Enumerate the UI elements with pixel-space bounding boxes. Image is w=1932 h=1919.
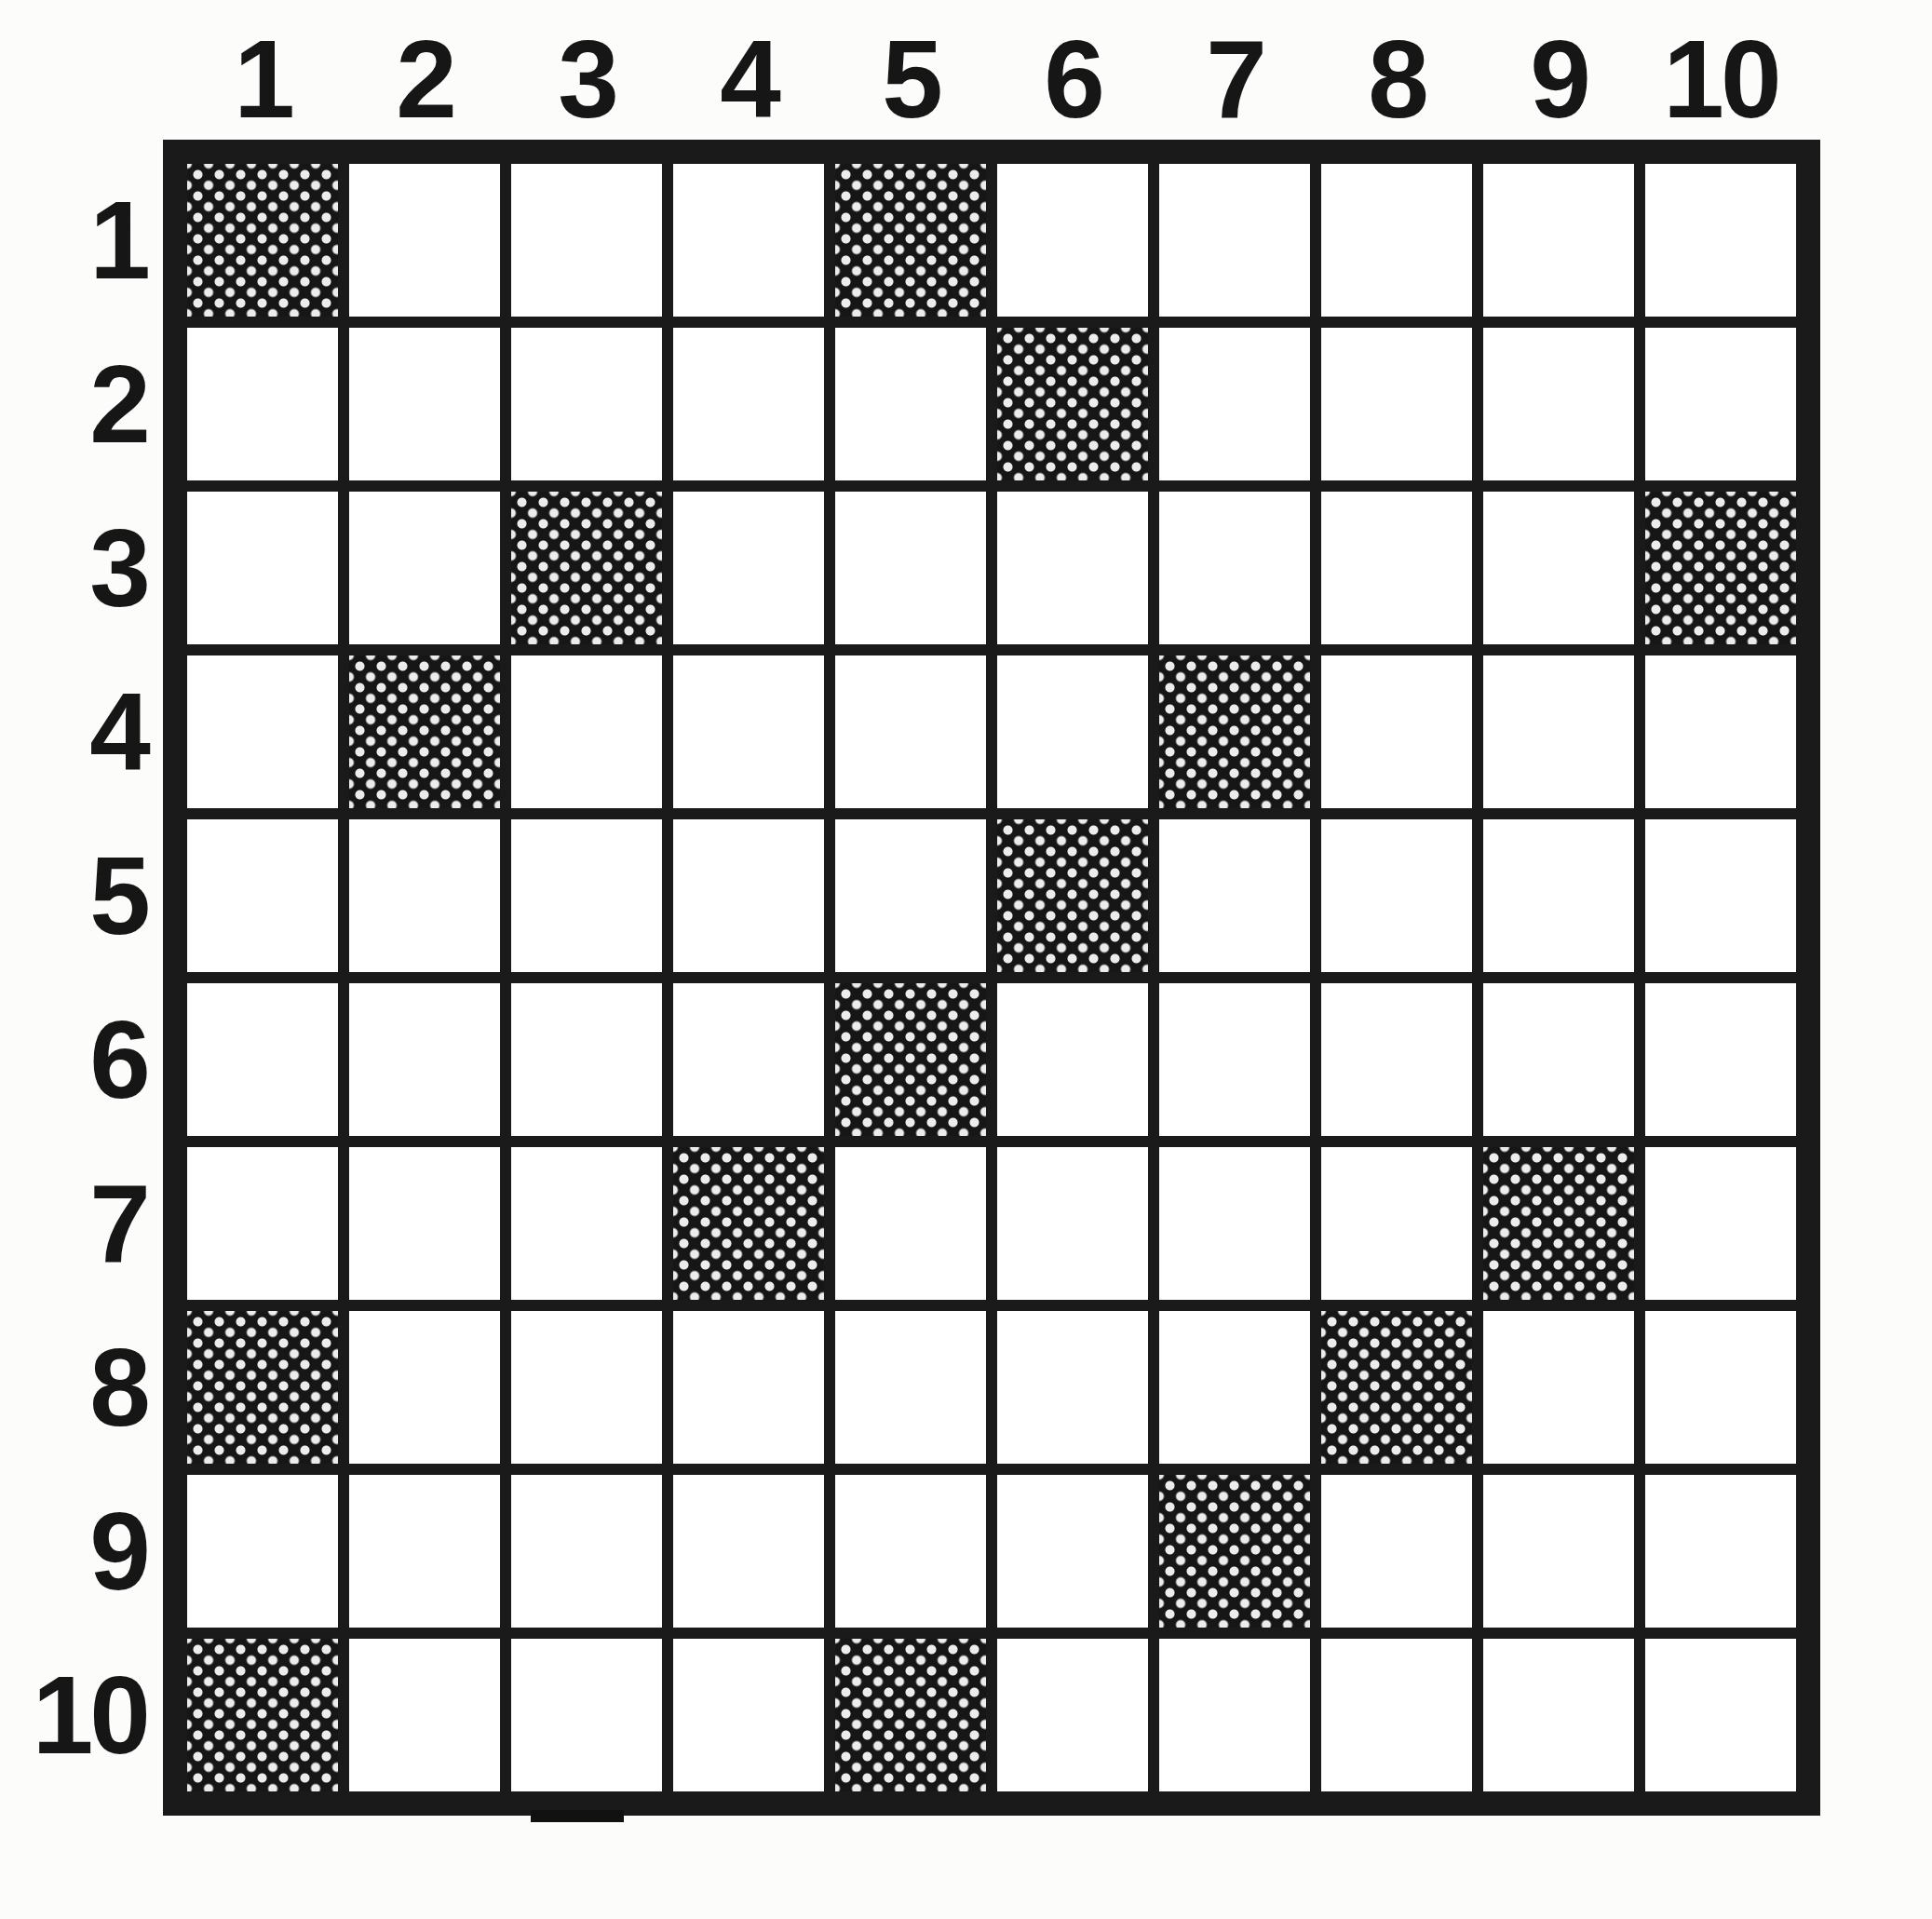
empty-cell-r9c5[interactable] [835,1475,986,1628]
column-label-9: 9 [1483,24,1634,134]
empty-cell-r7c3[interactable] [511,1147,662,1300]
empty-cell-r4c3[interactable] [511,655,662,808]
empty-cell-r8c10[interactable] [1645,1311,1796,1464]
empty-cell-r6c8[interactable] [1321,983,1472,1136]
column-label-5: 5 [835,24,986,134]
empty-cell-r5c7[interactable] [1159,819,1310,972]
column-label-6: 6 [997,24,1148,134]
blocked-cell-r8c1[interactable] [187,1311,338,1464]
empty-cell-r6c9[interactable] [1483,983,1634,1136]
row-label-1: 1 [26,164,155,317]
empty-cell-r4c6[interactable] [997,655,1148,808]
empty-cell-r6c7[interactable] [1159,983,1310,1136]
blocked-cell-r7c4[interactable] [673,1147,824,1300]
blocked-cell-r2c6[interactable] [997,328,1148,480]
empty-cell-r9c6[interactable] [997,1475,1148,1628]
blocked-cell-r1c5[interactable] [835,164,986,317]
empty-cell-r6c6[interactable] [997,983,1148,1136]
empty-cell-r9c2[interactable] [349,1475,500,1628]
blocked-cell-r3c10[interactable] [1645,492,1796,644]
empty-cell-r8c4[interactable] [673,1311,824,1464]
empty-cell-r1c6[interactable] [997,164,1148,317]
empty-cell-r4c9[interactable] [1483,655,1634,808]
column-label-10: 10 [1645,24,1796,134]
empty-cell-r7c1[interactable] [187,1147,338,1300]
empty-cell-r1c7[interactable] [1159,164,1310,317]
empty-cell-r4c10[interactable] [1645,655,1796,808]
empty-cell-r7c6[interactable] [997,1147,1148,1300]
row-label-4: 4 [26,655,155,808]
scanned-page: 12345678910 12345678910 [0,0,1932,1919]
blocked-cell-r5c6[interactable] [997,819,1148,972]
column-labels: 12345678910 [187,24,1796,128]
empty-cell-r5c3[interactable] [511,819,662,972]
blocked-cell-r3c3[interactable] [511,492,662,644]
column-label-2: 2 [349,24,500,134]
empty-cell-r2c9[interactable] [1483,328,1634,480]
column-label-8: 8 [1321,24,1472,134]
empty-cell-r7c7[interactable] [1159,1147,1310,1300]
empty-cell-r10c2[interactable] [349,1639,500,1791]
empty-cell-r10c7[interactable] [1159,1639,1310,1791]
blocked-cell-r10c5[interactable] [835,1639,986,1791]
empty-cell-r7c2[interactable] [349,1147,500,1300]
empty-cell-r2c8[interactable] [1321,328,1472,480]
blocked-cell-r10c1[interactable] [187,1639,338,1791]
empty-cell-r4c1[interactable] [187,655,338,808]
empty-cell-r7c8[interactable] [1321,1147,1472,1300]
empty-cell-r5c8[interactable] [1321,819,1472,972]
column-label-1: 1 [187,24,338,134]
empty-cell-r3c7[interactable] [1159,492,1310,644]
empty-cell-r1c8[interactable] [1321,164,1472,317]
column-label-7: 7 [1159,24,1310,134]
empty-cell-r1c9[interactable] [1483,164,1634,317]
empty-cell-r2c10[interactable] [1645,328,1796,480]
row-label-3: 3 [26,492,155,644]
puzzle-board [163,140,1820,1816]
empty-cell-r5c10[interactable] [1645,819,1796,972]
empty-cell-r9c9[interactable] [1483,1475,1634,1628]
empty-cell-r2c3[interactable] [511,328,662,480]
column-label-3: 3 [511,24,662,134]
empty-cell-r10c6[interactable] [997,1639,1148,1791]
empty-cell-r2c4[interactable] [673,328,824,480]
column-label-4: 4 [673,24,824,134]
empty-cell-r6c10[interactable] [1645,983,1796,1136]
empty-cell-r10c10[interactable] [1645,1639,1796,1791]
empty-cell-r7c10[interactable] [1645,1147,1796,1300]
empty-cell-r2c1[interactable] [187,328,338,480]
empty-cell-r5c1[interactable] [187,819,338,972]
empty-cell-r9c4[interactable] [673,1475,824,1628]
scan-artifact [531,1810,624,1822]
empty-cell-r4c4[interactable] [673,655,824,808]
empty-cell-r1c2[interactable] [349,164,500,317]
empty-cell-r10c4[interactable] [673,1639,824,1791]
empty-cell-r5c4[interactable] [673,819,824,972]
empty-cell-r7c5[interactable] [835,1147,986,1300]
empty-cell-r9c3[interactable] [511,1475,662,1628]
empty-cell-r9c8[interactable] [1321,1475,1472,1628]
empty-cell-r3c8[interactable] [1321,492,1472,644]
empty-cell-r3c5[interactable] [835,492,986,644]
empty-cell-r2c7[interactable] [1159,328,1310,480]
empty-cell-r6c4[interactable] [673,983,824,1136]
empty-cell-r3c2[interactable] [349,492,500,644]
blocked-cell-r6c5[interactable] [835,983,986,1136]
empty-cell-r4c5[interactable] [835,655,986,808]
empty-cell-r10c9[interactable] [1483,1639,1634,1791]
empty-cell-r1c4[interactable] [673,164,824,317]
row-label-6: 6 [26,983,155,1136]
empty-cell-r8c5[interactable] [835,1311,986,1464]
blocked-cell-r8c8[interactable] [1321,1311,1472,1464]
empty-cell-r3c4[interactable] [673,492,824,644]
empty-cell-r8c7[interactable] [1159,1311,1310,1464]
empty-cell-r6c3[interactable] [511,983,662,1136]
empty-cell-r1c10[interactable] [1645,164,1796,317]
empty-cell-r8c9[interactable] [1483,1311,1634,1464]
empty-cell-r2c5[interactable] [835,328,986,480]
row-label-5: 5 [26,819,155,972]
empty-cell-r6c2[interactable] [349,983,500,1136]
blocked-cell-r4c2[interactable] [349,655,500,808]
empty-cell-r4c8[interactable] [1321,655,1472,808]
empty-cell-r8c6[interactable] [997,1311,1148,1464]
blocked-cell-r1c1[interactable] [187,164,338,317]
blocked-cell-r7c9[interactable] [1483,1147,1634,1300]
empty-cell-r1c3[interactable] [511,164,662,317]
empty-cell-r3c9[interactable] [1483,492,1634,644]
row-label-7: 7 [26,1147,155,1300]
blocked-cell-r4c7[interactable] [1159,655,1310,808]
empty-cell-r9c1[interactable] [187,1475,338,1628]
row-label-2: 2 [26,328,155,480]
empty-cell-r10c8[interactable] [1321,1639,1472,1791]
empty-cell-r5c9[interactable] [1483,819,1634,972]
empty-cell-r3c6[interactable] [997,492,1148,644]
row-label-9: 9 [26,1475,155,1628]
empty-cell-r5c2[interactable] [349,819,500,972]
empty-cell-r5c5[interactable] [835,819,986,972]
blocked-cell-r9c7[interactable] [1159,1475,1310,1628]
empty-cell-r2c2[interactable] [349,328,500,480]
empty-cell-r6c1[interactable] [187,983,338,1136]
empty-cell-r10c3[interactable] [511,1639,662,1791]
empty-cell-r8c2[interactable] [349,1311,500,1464]
empty-cell-r9c10[interactable] [1645,1475,1796,1628]
row-label-8: 8 [26,1311,155,1464]
empty-cell-r3c1[interactable] [187,492,338,644]
row-label-10: 10 [26,1639,155,1791]
empty-cell-r8c3[interactable] [511,1311,662,1464]
row-labels: 12345678910 [26,164,155,1791]
